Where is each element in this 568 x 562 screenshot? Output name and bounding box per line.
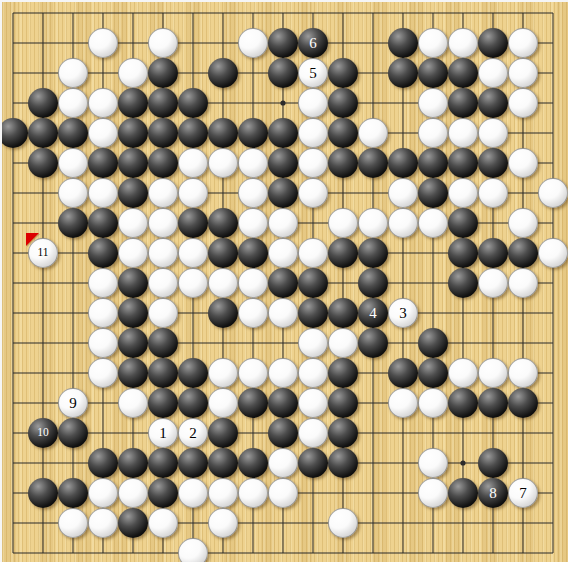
white-stone[interactable]: 9 xyxy=(58,388,88,418)
white-stone[interactable] xyxy=(88,508,118,538)
white-stone[interactable] xyxy=(328,328,358,358)
white-stone[interactable] xyxy=(478,268,508,298)
black-stone[interactable] xyxy=(58,418,88,448)
black-stone[interactable] xyxy=(118,298,148,328)
black-stone[interactable] xyxy=(448,208,478,238)
black-stone[interactable] xyxy=(208,448,238,478)
black-stone[interactable] xyxy=(118,328,148,358)
black-stone[interactable] xyxy=(208,298,238,328)
white-stone[interactable] xyxy=(418,448,448,478)
black-stone[interactable] xyxy=(28,88,58,118)
white-stone[interactable]: 5 xyxy=(298,58,328,88)
white-stone[interactable] xyxy=(298,418,328,448)
black-stone[interactable] xyxy=(208,118,238,148)
white-stone[interactable] xyxy=(298,238,328,268)
black-stone[interactable] xyxy=(328,448,358,478)
black-stone[interactable] xyxy=(448,58,478,88)
black-stone[interactable] xyxy=(88,208,118,238)
black-stone[interactable] xyxy=(58,478,88,508)
black-stone[interactable] xyxy=(418,358,448,388)
black-stone[interactable] xyxy=(88,448,118,478)
white-stone[interactable] xyxy=(238,148,268,178)
white-stone[interactable] xyxy=(538,178,568,208)
white-stone[interactable] xyxy=(238,358,268,388)
black-stone[interactable] xyxy=(328,358,358,388)
black-stone[interactable] xyxy=(478,88,508,118)
white-stone[interactable]: 3 xyxy=(388,298,418,328)
black-stone[interactable] xyxy=(178,88,208,118)
white-stone[interactable] xyxy=(148,208,178,238)
black-stone[interactable] xyxy=(178,358,208,388)
white-stone[interactable] xyxy=(178,178,208,208)
white-stone[interactable] xyxy=(478,118,508,148)
white-stone[interactable]: 7 xyxy=(508,478,538,508)
black-stone[interactable] xyxy=(58,208,88,238)
black-stone[interactable] xyxy=(148,148,178,178)
black-stone[interactable] xyxy=(448,388,478,418)
white-stone[interactable] xyxy=(418,88,448,118)
white-stone[interactable]: 1 xyxy=(148,418,178,448)
white-stone[interactable] xyxy=(58,148,88,178)
black-stone[interactable] xyxy=(298,298,328,328)
move-number-label: 10 xyxy=(37,427,49,439)
white-stone[interactable] xyxy=(418,478,448,508)
white-stone[interactable] xyxy=(88,118,118,148)
white-stone[interactable] xyxy=(148,238,178,268)
black-stone[interactable] xyxy=(388,28,418,58)
white-stone[interactable] xyxy=(178,148,208,178)
black-stone[interactable] xyxy=(448,148,478,178)
black-stone[interactable] xyxy=(148,358,178,388)
black-stone[interactable] xyxy=(208,418,238,448)
move-number-label: 5 xyxy=(309,66,317,81)
white-stone[interactable] xyxy=(118,208,148,238)
black-stone[interactable] xyxy=(268,418,298,448)
black-stone[interactable] xyxy=(208,208,238,238)
white-stone[interactable] xyxy=(538,238,568,268)
black-stone[interactable] xyxy=(268,268,298,298)
white-stone[interactable] xyxy=(148,268,178,298)
black-stone[interactable] xyxy=(448,478,478,508)
white-stone[interactable] xyxy=(268,358,298,388)
white-stone[interactable] xyxy=(118,58,148,88)
black-stone[interactable] xyxy=(358,268,388,298)
white-stone[interactable] xyxy=(58,58,88,88)
black-stone[interactable] xyxy=(238,238,268,268)
white-stone[interactable] xyxy=(208,508,238,538)
move-number-label: 9 xyxy=(69,396,77,411)
black-stone[interactable] xyxy=(118,448,148,478)
white-stone[interactable] xyxy=(478,178,508,208)
white-stone[interactable] xyxy=(238,28,268,58)
black-stone[interactable] xyxy=(328,418,358,448)
black-stone[interactable] xyxy=(148,118,178,148)
white-stone[interactable] xyxy=(268,208,298,238)
black-stone[interactable] xyxy=(328,148,358,178)
black-stone[interactable] xyxy=(418,148,448,178)
white-stone[interactable] xyxy=(208,388,238,418)
black-stone[interactable] xyxy=(358,328,388,358)
black-stone[interactable] xyxy=(478,448,508,478)
white-stone[interactable] xyxy=(118,388,148,418)
white-stone[interactable] xyxy=(508,28,538,58)
black-stone[interactable] xyxy=(208,58,238,88)
move-number-label: 4 xyxy=(369,306,377,321)
white-stone[interactable] xyxy=(418,118,448,148)
black-stone[interactable] xyxy=(328,238,358,268)
black-stone[interactable] xyxy=(208,238,238,268)
move-number-label: 6 xyxy=(309,36,317,51)
white-stone[interactable] xyxy=(328,208,358,238)
white-stone[interactable] xyxy=(418,208,448,238)
white-stone[interactable] xyxy=(268,448,298,478)
white-stone[interactable] xyxy=(208,358,238,388)
black-stone[interactable] xyxy=(358,238,388,268)
white-stone[interactable] xyxy=(298,358,328,388)
white-stone[interactable] xyxy=(58,88,88,118)
white-stone[interactable] xyxy=(298,148,328,178)
black-stone[interactable] xyxy=(478,388,508,418)
white-stone[interactable] xyxy=(208,148,238,178)
white-stone[interactable] xyxy=(238,178,268,208)
white-stone[interactable] xyxy=(388,208,418,238)
white-stone[interactable] xyxy=(238,478,268,508)
white-stone[interactable] xyxy=(298,178,328,208)
black-stone[interactable] xyxy=(148,478,178,508)
white-stone[interactable] xyxy=(238,208,268,238)
white-stone[interactable] xyxy=(478,358,508,388)
black-stone[interactable] xyxy=(58,118,88,148)
black-stone[interactable] xyxy=(118,88,148,118)
white-stone[interactable] xyxy=(88,298,118,328)
black-stone[interactable]: 6 xyxy=(298,28,328,58)
black-stone[interactable] xyxy=(298,448,328,478)
black-stone[interactable] xyxy=(388,58,418,88)
white-stone[interactable] xyxy=(508,148,538,178)
white-stone[interactable] xyxy=(118,238,148,268)
white-stone[interactable] xyxy=(88,88,118,118)
black-stone[interactable] xyxy=(178,208,208,238)
white-stone[interactable] xyxy=(268,478,298,508)
white-stone[interactable] xyxy=(448,118,478,148)
white-stone[interactable] xyxy=(148,298,178,328)
black-stone[interactable] xyxy=(358,148,388,178)
white-stone[interactable] xyxy=(358,208,388,238)
black-stone[interactable] xyxy=(478,28,508,58)
black-stone[interactable] xyxy=(268,388,298,418)
black-stone[interactable] xyxy=(148,388,178,418)
black-stone[interactable] xyxy=(478,238,508,268)
move-number-label: 1 xyxy=(159,426,167,441)
white-stone[interactable] xyxy=(448,178,478,208)
white-stone[interactable] xyxy=(88,328,118,358)
black-stone[interactable] xyxy=(328,118,358,148)
black-stone[interactable] xyxy=(298,268,328,298)
white-stone[interactable] xyxy=(508,88,538,118)
white-stone[interactable] xyxy=(298,88,328,118)
black-stone[interactable] xyxy=(148,448,178,478)
white-stone[interactable] xyxy=(388,388,418,418)
white-stone[interactable] xyxy=(268,238,298,268)
black-stone[interactable] xyxy=(118,268,148,298)
black-stone[interactable] xyxy=(178,448,208,478)
white-stone[interactable] xyxy=(88,28,118,58)
white-stone[interactable] xyxy=(418,28,448,58)
black-stone[interactable] xyxy=(448,268,478,298)
move-number-label: 2 xyxy=(189,426,197,441)
white-stone[interactable] xyxy=(418,388,448,418)
black-stone[interactable] xyxy=(148,328,178,358)
white-stone[interactable] xyxy=(238,268,268,298)
black-stone[interactable] xyxy=(238,118,268,148)
white-stone[interactable] xyxy=(208,478,238,508)
black-stone[interactable] xyxy=(328,388,358,418)
white-stone[interactable] xyxy=(88,358,118,388)
black-stone[interactable] xyxy=(118,148,148,178)
black-stone[interactable] xyxy=(88,148,118,178)
black-stone[interactable] xyxy=(508,238,538,268)
black-stone[interactable] xyxy=(268,118,298,148)
white-stone[interactable] xyxy=(118,478,148,508)
black-stone[interactable] xyxy=(148,88,178,118)
black-stone[interactable] xyxy=(448,238,478,268)
white-stone[interactable] xyxy=(298,388,328,418)
black-stone[interactable] xyxy=(118,178,148,208)
black-stone[interactable]: 4 xyxy=(358,298,388,328)
black-stone[interactable] xyxy=(238,448,268,478)
white-stone[interactable] xyxy=(508,208,538,238)
white-stone[interactable]: 2 xyxy=(178,418,208,448)
white-stone[interactable] xyxy=(148,28,178,58)
black-stone[interactable] xyxy=(268,28,298,58)
black-stone[interactable] xyxy=(118,118,148,148)
black-stone[interactable] xyxy=(238,388,268,418)
white-stone[interactable] xyxy=(208,268,238,298)
black-stone[interactable] xyxy=(28,118,58,148)
black-stone[interactable] xyxy=(268,58,298,88)
white-stone[interactable] xyxy=(298,118,328,148)
black-stone[interactable] xyxy=(178,388,208,418)
black-stone[interactable] xyxy=(118,508,148,538)
black-stone[interactable] xyxy=(28,148,58,178)
black-stone[interactable] xyxy=(328,88,358,118)
white-stone[interactable] xyxy=(178,478,208,508)
white-stone[interactable] xyxy=(88,478,118,508)
white-stone[interactable] xyxy=(178,538,208,562)
white-stone[interactable] xyxy=(178,238,208,268)
black-stone[interactable] xyxy=(118,358,148,388)
white-stone[interactable] xyxy=(268,298,298,328)
black-stone[interactable] xyxy=(388,148,418,178)
white-stone[interactable] xyxy=(358,118,388,148)
white-stone[interactable] xyxy=(508,58,538,88)
black-stone[interactable] xyxy=(418,328,448,358)
black-stone[interactable] xyxy=(478,148,508,178)
move-number-label: 3 xyxy=(399,306,407,321)
white-stone[interactable] xyxy=(238,298,268,328)
black-stone[interactable] xyxy=(508,388,538,418)
black-stone[interactable]: 8 xyxy=(478,478,508,508)
white-stone[interactable] xyxy=(88,178,118,208)
white-stone[interactable] xyxy=(58,508,88,538)
white-stone[interactable] xyxy=(178,268,208,298)
black-stone[interactable] xyxy=(448,88,478,118)
move-number-label: 8 xyxy=(489,486,497,501)
white-stone[interactable] xyxy=(328,508,358,538)
white-stone[interactable] xyxy=(88,268,118,298)
white-stone[interactable] xyxy=(508,358,538,388)
black-stone[interactable] xyxy=(388,358,418,388)
white-stone[interactable] xyxy=(298,328,328,358)
move-number-label: 11 xyxy=(37,247,48,259)
black-stone[interactable] xyxy=(268,178,298,208)
black-stone[interactable] xyxy=(268,148,298,178)
white-stone[interactable] xyxy=(148,508,178,538)
white-stone[interactable] xyxy=(448,28,478,58)
black-stone[interactable] xyxy=(28,478,58,508)
black-stone[interactable] xyxy=(328,298,358,328)
black-stone[interactable] xyxy=(148,58,178,88)
black-stone[interactable] xyxy=(418,58,448,88)
white-stone[interactable] xyxy=(388,178,418,208)
white-stone[interactable] xyxy=(58,178,88,208)
black-stone[interactable] xyxy=(88,238,118,268)
black-stone[interactable] xyxy=(328,58,358,88)
move-number-label: 7 xyxy=(519,486,527,501)
go-board[interactable]: 6511439101287 xyxy=(0,0,568,562)
black-stone[interactable] xyxy=(418,178,448,208)
white-stone[interactable] xyxy=(148,178,178,208)
last-move-marker-icon xyxy=(26,233,39,246)
black-stone[interactable]: 10 xyxy=(28,418,58,448)
white-stone[interactable] xyxy=(508,268,538,298)
white-stone[interactable] xyxy=(448,358,478,388)
white-stone[interactable] xyxy=(478,58,508,88)
black-stone[interactable] xyxy=(178,118,208,148)
